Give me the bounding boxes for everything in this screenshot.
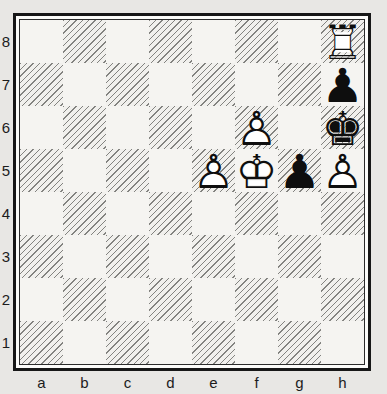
white-pawn-h5: ♟♙ [321,149,364,192]
file-label-h: h [321,374,364,391]
square-f1[interactable] [235,321,278,364]
square-f5[interactable]: ♚♔ [235,149,278,192]
file-label-f: f [235,374,278,391]
square-f4[interactable] [235,192,278,235]
rank-label-1: 1 [0,321,12,364]
white-rook-icon: ♖ [321,20,363,63]
square-h5[interactable]: ♟♙ [321,149,364,192]
square-h1[interactable] [321,321,364,364]
file-label-g: g [278,374,321,391]
square-h6[interactable]: ♚♚ [321,106,364,149]
square-e6[interactable] [192,106,235,149]
square-c7[interactable] [106,63,149,106]
square-a8[interactable] [20,20,63,63]
square-d8[interactable] [149,20,192,63]
square-d6[interactable] [149,106,192,149]
square-a7[interactable] [20,63,63,106]
white-pawn-f6: ♟♙ [235,106,278,149]
rank-label-6: 6 [0,106,12,149]
chess-diagram: 87654321 ♜♖♟♟♟♙♚♚♟♙♚♔♟♟♟♙ abcdefgh [0,0,387,394]
square-g6[interactable] [278,106,321,149]
black-king-icon: ♚ [321,106,363,149]
square-h8[interactable]: ♜♖ [321,20,364,63]
file-label-c: c [106,374,149,391]
square-c2[interactable] [106,278,149,321]
white-pawn-mask: ♟ [321,149,363,192]
square-d1[interactable] [149,321,192,364]
black-king-h6: ♚♚ [321,106,364,149]
square-f3[interactable] [235,235,278,278]
square-b6[interactable] [63,106,106,149]
black-pawn-h7: ♟♟ [321,63,364,106]
white-pawn-e5: ♟♙ [192,149,235,192]
square-b8[interactable] [63,20,106,63]
square-h7[interactable]: ♟♟ [321,63,364,106]
square-h2[interactable] [321,278,364,321]
square-b2[interactable] [63,278,106,321]
file-label-d: d [149,374,192,391]
file-label-a: a [20,374,63,391]
rank-labels: 87654321 [0,20,12,364]
rank-label-5: 5 [0,149,12,192]
square-e5[interactable]: ♟♙ [192,149,235,192]
rank-label-3: 3 [0,235,12,278]
square-b1[interactable] [63,321,106,364]
square-f2[interactable] [235,278,278,321]
square-d4[interactable] [149,192,192,235]
square-d3[interactable] [149,235,192,278]
square-e3[interactable] [192,235,235,278]
white-pawn-icon: ♙ [192,149,234,192]
square-h4[interactable] [321,192,364,235]
square-d7[interactable] [149,63,192,106]
square-a2[interactable] [20,278,63,321]
square-c1[interactable] [106,321,149,364]
square-a1[interactable] [20,321,63,364]
square-g2[interactable] [278,278,321,321]
black-pawn-mask: ♟ [321,63,363,106]
square-c4[interactable] [106,192,149,235]
square-b4[interactable] [63,192,106,235]
square-c3[interactable] [106,235,149,278]
white-rook-h8: ♜♖ [321,20,364,63]
white-pawn-mask: ♟ [192,149,234,192]
square-e8[interactable] [192,20,235,63]
square-a5[interactable] [20,149,63,192]
square-a3[interactable] [20,235,63,278]
white-rook-mask: ♜ [321,20,363,63]
square-c6[interactable] [106,106,149,149]
square-b5[interactable] [63,149,106,192]
square-e2[interactable] [192,278,235,321]
file-labels: abcdefgh [20,371,364,394]
white-king-f5: ♚♔ [235,149,278,192]
square-f8[interactable] [235,20,278,63]
square-d5[interactable] [149,149,192,192]
rank-label-7: 7 [0,63,12,106]
rank-label-4: 4 [0,192,12,235]
square-b3[interactable] [63,235,106,278]
square-e7[interactable] [192,63,235,106]
chess-board: ♜♖♟♟♟♙♚♚♟♙♚♔♟♟♟♙ [19,19,365,365]
square-g5[interactable]: ♟♟ [278,149,321,192]
board-frame: ♜♖♟♟♟♙♚♚♟♙♚♔♟♟♟♙ [13,13,371,371]
white-king-icon: ♔ [235,149,277,192]
black-pawn-icon: ♟ [321,63,363,106]
square-f7[interactable] [235,63,278,106]
black-king-mask: ♚ [321,106,363,149]
square-g3[interactable] [278,235,321,278]
file-label-e: e [192,374,235,391]
black-pawn-icon: ♟ [278,149,320,192]
white-pawn-mask: ♟ [235,106,277,149]
square-h3[interactable] [321,235,364,278]
square-a4[interactable] [20,192,63,235]
white-pawn-icon: ♙ [235,106,277,149]
square-a6[interactable] [20,106,63,149]
black-pawn-g5: ♟♟ [278,149,321,192]
white-king-mask: ♚ [235,149,277,192]
black-pawn-mask: ♟ [278,149,320,192]
rank-label-2: 2 [0,278,12,321]
square-g1[interactable] [278,321,321,364]
rank-label-8: 8 [0,20,12,63]
square-g7[interactable] [278,63,321,106]
file-label-b: b [63,374,106,391]
white-pawn-icon: ♙ [321,149,363,192]
square-e1[interactable] [192,321,235,364]
square-f6[interactable]: ♟♙ [235,106,278,149]
square-c8[interactable] [106,20,149,63]
square-e4[interactable] [192,192,235,235]
square-g4[interactable] [278,192,321,235]
square-c5[interactable] [106,149,149,192]
square-g8[interactable] [278,20,321,63]
square-d2[interactable] [149,278,192,321]
square-b7[interactable] [63,63,106,106]
